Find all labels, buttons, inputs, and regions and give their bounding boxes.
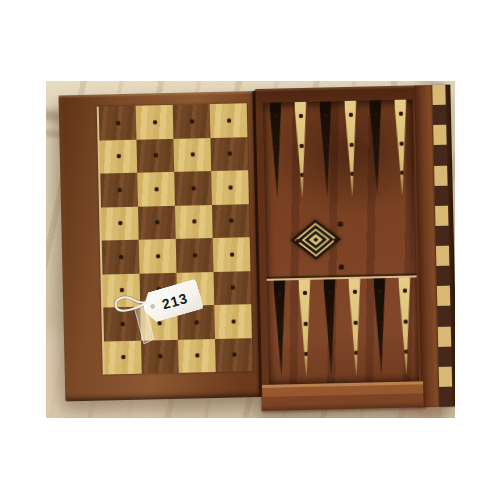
peg-hole: [327, 291, 331, 295]
chess-square: [213, 271, 251, 305]
backgammon-field: [263, 99, 419, 384]
peg-hole: [153, 120, 157, 124]
chess-square: [102, 240, 140, 274]
rim-block: [439, 366, 452, 386]
peg-hole: [277, 292, 281, 296]
chess-square: [141, 339, 179, 373]
point-triangle: [344, 101, 358, 197]
peg-hole: [324, 144, 328, 148]
rim-block: [435, 185, 448, 205]
point-triangle: [348, 278, 362, 376]
peg-hole: [230, 286, 234, 290]
rim-block: [437, 286, 450, 306]
rim-block: [434, 165, 447, 185]
peg-hole: [328, 322, 332, 326]
peg-hole: [303, 322, 307, 326]
chess-square: [101, 206, 139, 240]
point-triangle: [398, 277, 412, 375]
peg-hole: [298, 113, 302, 117]
backgammon-point: [363, 100, 390, 196]
peg-hole: [116, 154, 120, 158]
chess-square: [215, 338, 253, 372]
peg-hole: [375, 171, 379, 175]
peg-hole: [227, 118, 231, 122]
backgammon-point: [317, 279, 344, 377]
backgammon-point: [292, 279, 319, 377]
point-triangle: [373, 278, 387, 376]
peg-hole: [117, 188, 121, 192]
peg-hole: [118, 221, 122, 225]
tray-wall-bottom: [261, 381, 424, 411]
chess-square: [139, 239, 177, 273]
point-triangle: [294, 102, 308, 198]
peg-hole: [323, 113, 327, 117]
chess-square: [138, 205, 176, 239]
peg-hole: [279, 352, 283, 356]
point-triangle: [273, 280, 287, 378]
chess-square: [99, 139, 137, 173]
point-triangle: [269, 102, 283, 198]
rim-block: [436, 266, 449, 286]
rim-block: [433, 105, 446, 125]
peg-hole: [373, 112, 377, 116]
peg-hole: [190, 153, 194, 157]
peg-hole: [399, 142, 403, 146]
peg-hole: [300, 173, 304, 177]
peg-hole: [230, 252, 234, 256]
peg-hole: [232, 353, 236, 357]
rim-block: [433, 125, 446, 145]
chess-square: [210, 137, 248, 171]
peg-hole: [191, 186, 195, 190]
chess-square: [213, 237, 251, 271]
photo: 213: [46, 81, 455, 418]
peg-hole: [378, 321, 382, 325]
peg-hole: [231, 319, 235, 323]
peg-hole: [296, 239, 300, 243]
peg-hole-row: [266, 263, 416, 266]
peg-hole: [194, 320, 198, 324]
point-triangle: [323, 279, 337, 377]
chess-square: [176, 238, 214, 272]
rim-block: [435, 226, 448, 246]
backgammon-point: [267, 280, 294, 378]
chess-square: [211, 170, 249, 204]
peg-hole: [116, 121, 120, 125]
peg-hole: [325, 172, 329, 176]
rim-block: [437, 306, 450, 326]
chess-board: [97, 103, 253, 374]
peg-hole: [119, 255, 123, 259]
chess-square: [136, 138, 174, 172]
peg-hole: [190, 119, 194, 123]
point-triangle: [298, 279, 312, 377]
peg-hole: [299, 144, 303, 148]
rim-block: [435, 205, 448, 225]
peg-hole: [302, 291, 306, 295]
rim-block: [438, 326, 451, 346]
chess-square: [103, 307, 141, 341]
peg-hole: [119, 288, 123, 292]
chess-square: [212, 204, 250, 238]
peg-hole: [402, 289, 406, 293]
peg-hole: [354, 350, 358, 354]
chess-square: [99, 106, 137, 140]
peg-hole: [377, 290, 381, 294]
peg-hole: [374, 142, 378, 146]
backgammon-points-top: [263, 99, 415, 198]
peg-hole: [348, 112, 352, 116]
peg-hole: [352, 290, 356, 294]
rim-block: [434, 145, 447, 165]
peg-hole: [400, 171, 404, 175]
chess-square: [104, 340, 142, 374]
point-triangle: [369, 100, 383, 196]
peg-hole: [158, 354, 162, 358]
rim-block: [436, 246, 449, 266]
peg-hole: [193, 253, 197, 257]
peg-hole: [339, 265, 343, 269]
peg-hole: [229, 219, 233, 223]
backgammon-point: [263, 102, 290, 198]
peg-hole: [350, 172, 354, 176]
backgammon-point: [392, 277, 419, 375]
backgammon-point: [342, 278, 369, 376]
peg-hole: [120, 322, 124, 326]
peg-hole: [329, 351, 333, 355]
peg-hole: [379, 350, 383, 354]
chess-leaf: [58, 91, 261, 401]
peg-hole: [228, 185, 232, 189]
chess-square: [100, 173, 138, 207]
peg-hole: [154, 187, 158, 191]
rim-block: [439, 387, 452, 407]
peg-hole-row: [265, 221, 415, 224]
chess-square: [174, 171, 212, 205]
peg-hole: [338, 222, 342, 226]
peg-hole: [153, 154, 157, 158]
chess-square: [178, 338, 216, 372]
backgammon-tray: [254, 85, 455, 411]
peg-hole: [227, 152, 231, 156]
peg-hole: [349, 143, 353, 147]
peg-hole: [404, 349, 408, 353]
chess-square: [214, 304, 252, 338]
backgammon-points-bottom: [267, 277, 419, 378]
peg-hole: [403, 320, 407, 324]
backgammon-point: [313, 101, 340, 197]
tag-hole: [150, 304, 155, 309]
tray-wall-right: [414, 85, 455, 408]
chess-square: [175, 205, 213, 239]
chess-square: [173, 104, 211, 138]
peg-hole: [353, 321, 357, 325]
peg-hole: [195, 354, 199, 358]
backgammon-point: [338, 101, 365, 197]
chess-square: [137, 172, 175, 206]
chess-square: [103, 273, 141, 307]
backgammon-point: [388, 99, 415, 195]
peg-hole: [273, 114, 277, 118]
rim-block: [432, 85, 445, 105]
peg-hole: [156, 254, 160, 258]
peg-hole: [333, 238, 337, 242]
point-triangle: [319, 101, 333, 197]
chess-square: [173, 138, 211, 172]
backgammon-point: [288, 102, 315, 198]
lot-tag-label: 213: [154, 289, 190, 313]
games-box: [58, 85, 455, 416]
peg-hole: [278, 323, 282, 327]
peg-hole: [304, 352, 308, 356]
backgammon-point: [367, 278, 394, 376]
chess-square: [136, 105, 174, 139]
peg-hole: [398, 111, 402, 115]
peg-hole: [155, 220, 159, 224]
rim-block: [438, 346, 451, 366]
peg-hole: [121, 355, 125, 359]
peg-hole: [275, 173, 279, 177]
point-triangle: [394, 100, 408, 196]
peg-hole: [274, 145, 278, 149]
chess-square: [210, 103, 248, 137]
peg-hole: [192, 220, 196, 224]
